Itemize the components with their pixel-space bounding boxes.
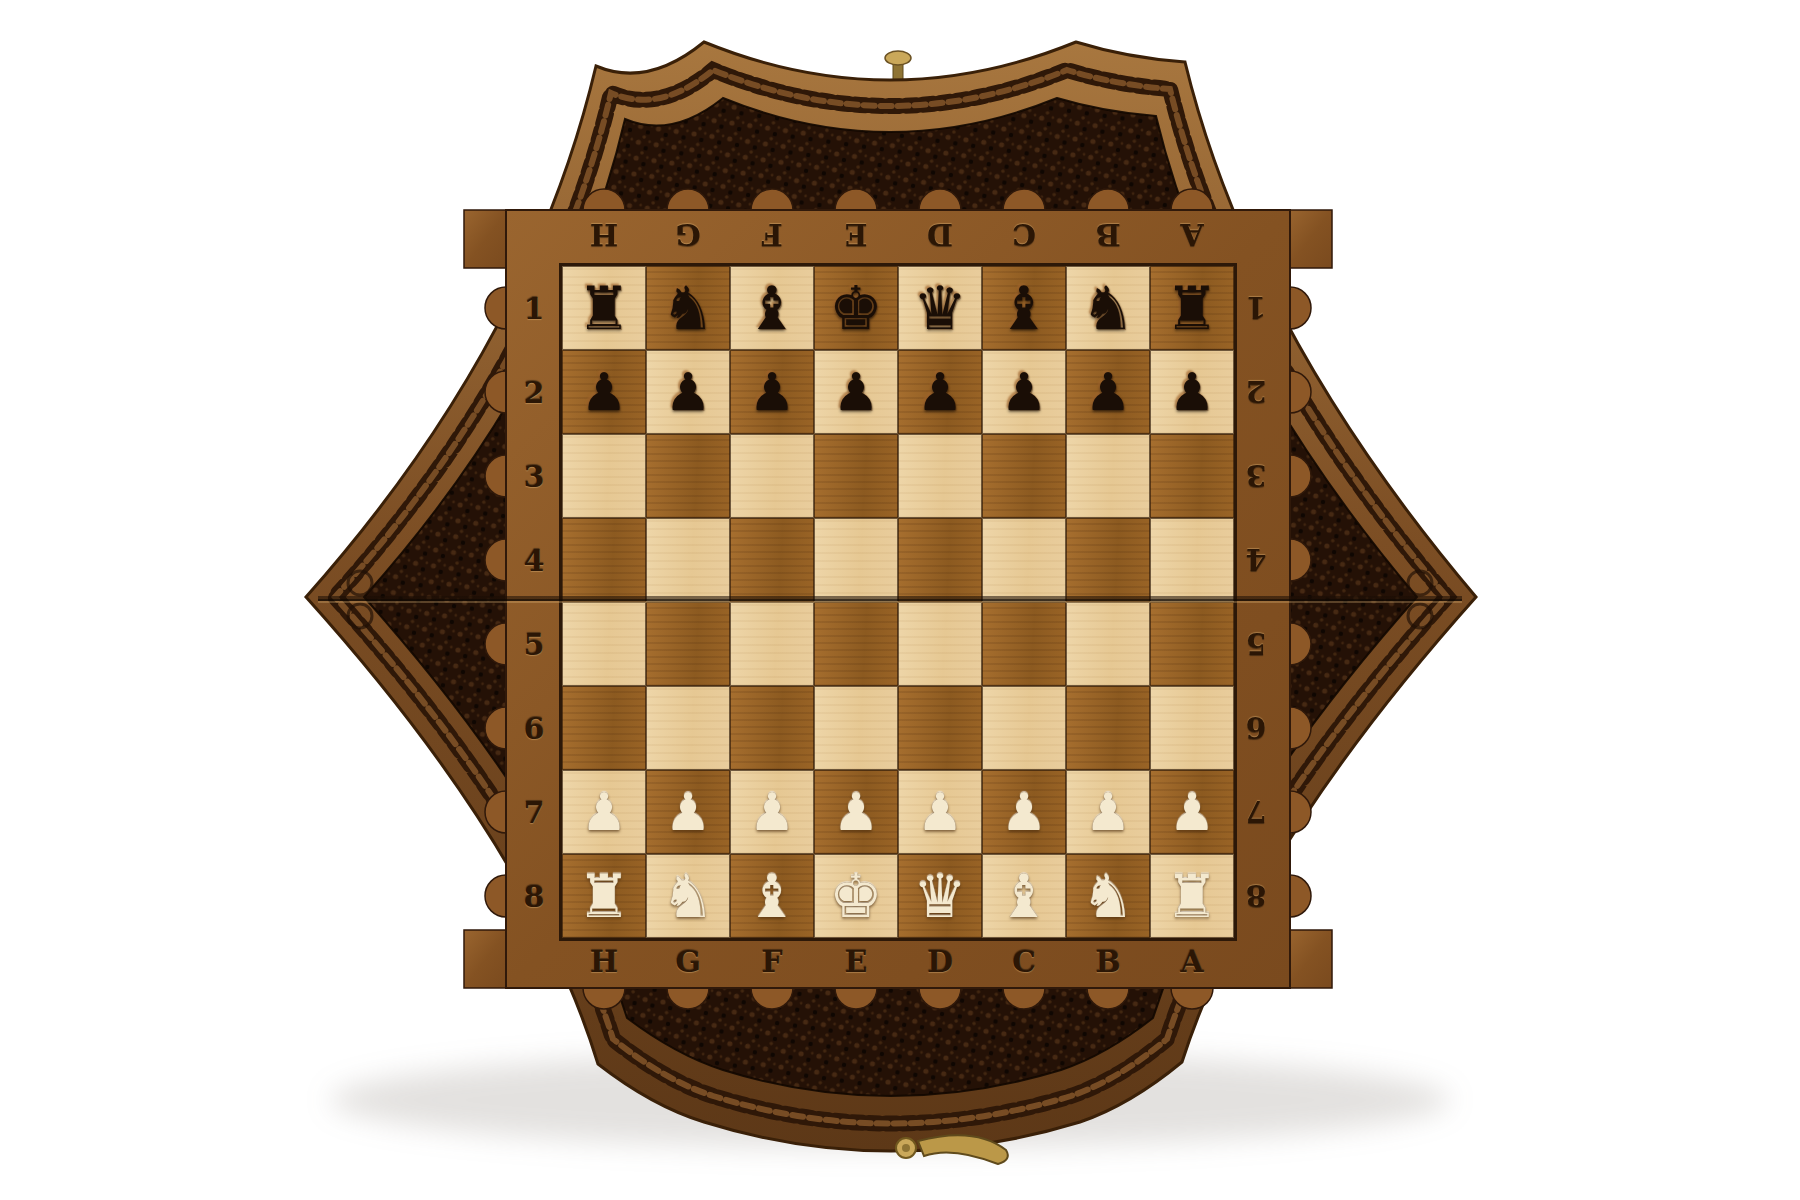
piece-light-rook[interactable]: ♜ [1165,866,1219,926]
square-f7[interactable]: ♟ [730,770,814,854]
square-h1[interactable]: ♜ [562,266,646,350]
square-c2[interactable]: ♟ [982,350,1066,434]
square-h7[interactable]: ♟ [562,770,646,854]
square-g2[interactable]: ♟ [646,350,730,434]
file-label-top-b: B [1082,212,1134,258]
piece-dark-bishop[interactable]: ♝ [745,278,799,338]
square-d2[interactable]: ♟ [898,350,982,434]
square-d1[interactable]: ♛ [898,266,982,350]
piece-dark-pawn[interactable]: ♟ [749,366,796,418]
square-b5[interactable] [1066,602,1150,686]
square-g4[interactable] [646,518,730,602]
piece-dark-pawn[interactable]: ♟ [581,366,628,418]
rank-label-right-5: 5 [1230,621,1282,667]
rank-label-left-2: 2 [508,369,560,415]
piece-dark-king[interactable]: ♚ [829,278,883,338]
rank-label-right-2: 2 [1230,369,1282,415]
piece-dark-pawn[interactable]: ♟ [1001,366,1048,418]
piece-light-bishop[interactable]: ♝ [997,866,1051,926]
square-f4[interactable] [730,518,814,602]
square-b7[interactable]: ♟ [1066,770,1150,854]
file-label-top-a: A [1166,212,1218,258]
square-d8[interactable]: ♛ [898,854,982,938]
piece-light-knight[interactable]: ♞ [661,866,715,926]
file-label-bottom-d: D [914,938,966,984]
piece-light-pawn[interactable]: ♟ [1001,786,1048,838]
square-c1[interactable]: ♝ [982,266,1066,350]
square-f3[interactable] [730,434,814,518]
square-e7[interactable]: ♟ [814,770,898,854]
square-f6[interactable] [730,686,814,770]
rank-label-left-5: 5 [508,621,560,667]
square-e3[interactable] [814,434,898,518]
piece-dark-rook[interactable]: ♜ [1165,278,1219,338]
file-label-bottom-c: C [998,938,1050,984]
piece-light-pawn[interactable]: ♟ [1169,786,1216,838]
file-label-top-g: G [662,212,714,258]
square-b8[interactable]: ♞ [1066,854,1150,938]
square-e8[interactable]: ♚ [814,854,898,938]
file-label-bottom-e: E [830,938,882,984]
square-h8[interactable]: ♜ [562,854,646,938]
square-d4[interactable] [898,518,982,602]
piece-dark-bishop[interactable]: ♝ [997,278,1051,338]
rank-label-right-7: 7 [1230,789,1282,835]
rank-label-left-8: 8 [508,873,560,919]
piece-dark-pawn[interactable]: ♟ [833,366,880,418]
square-e2[interactable]: ♟ [814,350,898,434]
piece-light-pawn[interactable]: ♟ [581,786,628,838]
rank-label-right-6: 6 [1230,705,1282,751]
square-f1[interactable]: ♝ [730,266,814,350]
square-a7[interactable]: ♟ [1150,770,1234,854]
file-label-bottom-g: G [662,938,714,984]
square-c3[interactable] [982,434,1066,518]
square-e1[interactable]: ♚ [814,266,898,350]
square-b3[interactable] [1066,434,1150,518]
square-f2[interactable]: ♟ [730,350,814,434]
piece-dark-pawn[interactable]: ♟ [1169,366,1216,418]
piece-dark-pawn[interactable]: ♟ [665,366,712,418]
rank-label-left-7: 7 [508,789,560,835]
square-d5[interactable] [898,602,982,686]
chess-board: ♜♞♝♚♛♝♞♜♟♟♟♟♟♟♟♟♟♟♟♟♟♟♟♟♜♞♝♚♛♝♞♜ [559,263,1237,941]
square-h2[interactable]: ♟ [562,350,646,434]
rank-label-left-3: 3 [508,453,560,499]
square-g5[interactable] [646,602,730,686]
rank-label-left-1: 1 [508,285,560,331]
piece-light-rook[interactable]: ♜ [577,866,631,926]
rank-label-right-1: 1 [1230,285,1282,331]
piece-light-pawn[interactable]: ♟ [1085,786,1132,838]
square-c6[interactable] [982,686,1066,770]
piece-dark-rook[interactable]: ♜ [577,278,631,338]
square-h5[interactable] [562,602,646,686]
square-a4[interactable] [1150,518,1234,602]
square-g8[interactable]: ♞ [646,854,730,938]
square-b1[interactable]: ♞ [1066,266,1150,350]
square-e6[interactable] [814,686,898,770]
file-label-top-c: C [998,212,1050,258]
square-c5[interactable] [982,602,1066,686]
rank-label-right-4: 4 [1230,537,1282,583]
square-c7[interactable]: ♟ [982,770,1066,854]
photo-stage: ♜♞♝♚♛♝♞♜♟♟♟♟♟♟♟♟♟♟♟♟♟♟♟♟♜♞♝♚♛♝♞♜ HHGGFFE… [0,0,1800,1200]
piece-dark-knight[interactable]: ♞ [1081,278,1135,338]
file-label-top-d: D [914,212,966,258]
square-a3[interactable] [1150,434,1234,518]
rank-label-left-6: 6 [508,705,560,751]
square-c4[interactable] [982,518,1066,602]
square-g3[interactable] [646,434,730,518]
square-b4[interactable] [1066,518,1150,602]
file-label-top-h: H [578,212,630,258]
piece-light-king[interactable]: ♚ [829,866,883,926]
piece-light-knight[interactable]: ♞ [1081,866,1135,926]
square-b2[interactable]: ♟ [1066,350,1150,434]
square-f5[interactable] [730,602,814,686]
square-h3[interactable] [562,434,646,518]
square-g6[interactable] [646,686,730,770]
file-label-bottom-b: B [1082,938,1134,984]
square-c8[interactable]: ♝ [982,854,1066,938]
piece-dark-knight[interactable]: ♞ [661,278,715,338]
file-label-top-e: E [830,212,882,258]
square-h6[interactable] [562,686,646,770]
piece-light-pawn[interactable]: ♟ [917,786,964,838]
file-label-bottom-h: H [578,938,630,984]
square-e4[interactable] [814,518,898,602]
piece-light-pawn[interactable]: ♟ [749,786,796,838]
square-d3[interactable] [898,434,982,518]
piece-dark-pawn[interactable]: ♟ [1085,366,1132,418]
piece-light-pawn[interactable]: ♟ [833,786,880,838]
file-label-bottom-f: F [746,938,798,984]
square-h4[interactable] [562,518,646,602]
square-g1[interactable]: ♞ [646,266,730,350]
piece-light-bishop[interactable]: ♝ [745,866,799,926]
square-g7[interactable]: ♟ [646,770,730,854]
square-d6[interactable] [898,686,982,770]
piece-dark-pawn[interactable]: ♟ [917,366,964,418]
rank-label-left-4: 4 [508,537,560,583]
file-label-bottom-a: A [1166,938,1218,984]
square-e5[interactable] [814,602,898,686]
rank-label-right-8: 8 [1230,873,1282,919]
square-a6[interactable] [1150,686,1234,770]
square-d7[interactable]: ♟ [898,770,982,854]
square-f8[interactable]: ♝ [730,854,814,938]
rank-label-right-3: 3 [1230,453,1282,499]
square-a1[interactable]: ♜ [1150,266,1234,350]
piece-light-pawn[interactable]: ♟ [665,786,712,838]
square-b6[interactable] [1066,686,1150,770]
piece-dark-queen[interactable]: ♛ [913,278,967,338]
file-label-top-f: F [746,212,798,258]
square-a5[interactable] [1150,602,1234,686]
square-a2[interactable]: ♟ [1150,350,1234,434]
square-a8[interactable]: ♜ [1150,854,1234,938]
piece-light-queen[interactable]: ♛ [913,866,967,926]
